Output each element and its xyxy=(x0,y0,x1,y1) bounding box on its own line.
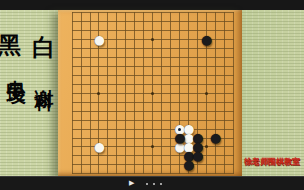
black-player-label: 黑 xyxy=(0,30,21,61)
grid-line-vertical xyxy=(215,12,216,174)
star-point xyxy=(151,92,154,95)
grid-line-horizontal xyxy=(72,120,234,121)
star-point xyxy=(151,145,154,148)
black-stone: ● xyxy=(175,133,185,143)
grid-line-horizontal xyxy=(72,173,234,174)
control-dot-icon[interactable] xyxy=(160,183,162,185)
grid-line-horizontal xyxy=(72,111,234,112)
grid-line-vertical xyxy=(224,12,225,174)
grid-line-vertical xyxy=(161,12,162,174)
black-stone: ● xyxy=(210,133,220,143)
play-icon[interactable]: ▶ xyxy=(129,178,134,187)
white-stone: ● xyxy=(94,35,104,45)
black-stone: ● xyxy=(201,35,211,45)
watermark-text: 徐老师围棋教室 xyxy=(244,156,304,167)
black-stone: ● xyxy=(183,160,193,170)
grid-line-horizontal xyxy=(72,155,234,156)
grid-line-vertical xyxy=(233,12,234,174)
seek-bar[interactable] xyxy=(0,176,304,177)
control-dot-icon[interactable] xyxy=(153,183,155,185)
control-dot-icon[interactable] xyxy=(146,183,148,185)
grid-line-horizontal xyxy=(72,164,234,165)
go-board: ●●●●●●●●●●●●●●● xyxy=(58,10,242,176)
black-player-name: 申旻埈 xyxy=(3,64,29,73)
grid-line-horizontal xyxy=(72,102,234,103)
white-stone: ● xyxy=(94,142,104,152)
white-player-name: 谢科 xyxy=(31,74,57,80)
star-point xyxy=(151,38,154,41)
grid-line-vertical xyxy=(170,12,171,174)
white-player-label: 白 xyxy=(32,32,55,63)
video-top-bar xyxy=(0,0,304,10)
star-point xyxy=(205,92,208,95)
video-control-bar[interactable] xyxy=(0,176,304,190)
